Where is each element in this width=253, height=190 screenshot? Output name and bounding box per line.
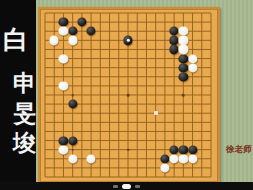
playback-bar[interactable] — [0, 182, 253, 190]
hoshi-point — [127, 94, 130, 97]
player-panel-white: 白 申 旻 埈 — [0, 0, 36, 190]
goban-grid — [45, 13, 211, 177]
last-move-marker — [126, 39, 129, 42]
playback-left-glyph — [113, 185, 118, 188]
white-player-name-char-3: 埈 — [13, 132, 36, 155]
video-frame: 白 申 旻 埈 徐老师 — [0, 0, 253, 190]
goban — [38, 7, 220, 184]
hoshi-point — [71, 94, 74, 97]
white-player-name-char-1: 申 — [13, 72, 36, 95]
watermark-text: 徐老师 — [226, 144, 252, 156]
hoshi-point — [71, 148, 74, 151]
variation-square-marker — [154, 111, 158, 115]
playback-knob[interactable] — [122, 184, 131, 189]
hoshi-point — [182, 94, 185, 97]
playback-right-glyph — [135, 185, 140, 188]
white-color-label: 白 — [3, 27, 28, 52]
white-player-name-char-2: 旻 — [13, 102, 36, 125]
hoshi-point — [127, 148, 130, 151]
